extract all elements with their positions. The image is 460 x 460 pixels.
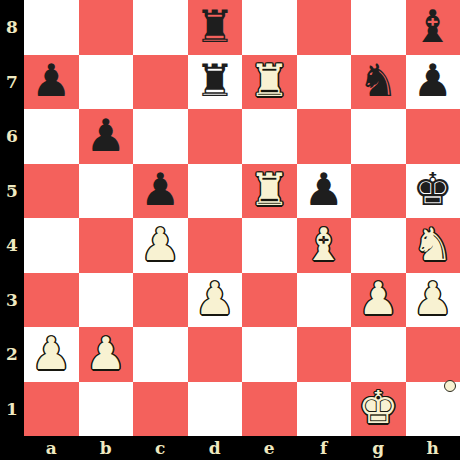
square-b5[interactable]	[79, 164, 134, 219]
piece-black-bishop-h8: ♝	[413, 4, 453, 49]
square-d5[interactable]	[188, 164, 243, 219]
square-g8[interactable]	[351, 0, 406, 55]
square-h5[interactable]: ♚	[406, 164, 460, 219]
square-c2[interactable]	[133, 327, 188, 382]
square-d3[interactable]: ♟	[188, 273, 243, 328]
piece-white-pawn-c4: ♟	[140, 222, 180, 267]
square-a3[interactable]	[24, 273, 79, 328]
square-g4[interactable]	[351, 218, 406, 273]
piece-white-pawn-h3: ♟	[413, 276, 453, 321]
square-b8[interactable]	[79, 0, 134, 55]
square-f4[interactable]: ♝	[297, 218, 352, 273]
piece-black-pawn-h7: ♟	[413, 58, 453, 103]
square-f3[interactable]	[297, 273, 352, 328]
piece-white-rook-e7: ♜	[249, 58, 289, 103]
piece-black-pawn-b6: ♟	[86, 113, 126, 158]
square-d7[interactable]: ♜	[188, 55, 243, 110]
square-f5[interactable]: ♟	[297, 164, 352, 219]
square-a7[interactable]: ♟	[24, 55, 79, 110]
square-e5[interactable]: ♜	[242, 164, 297, 219]
rank-label-6: 6	[0, 109, 24, 164]
piece-black-pawn-a7: ♟	[31, 58, 71, 103]
square-g7[interactable]: ♞	[351, 55, 406, 110]
square-a2[interactable]: ♟	[24, 327, 79, 382]
square-h2[interactable]	[406, 327, 460, 382]
square-c3[interactable]	[133, 273, 188, 328]
square-e7[interactable]: ♜	[242, 55, 297, 110]
file-label-b: b	[79, 436, 134, 460]
square-e3[interactable]	[242, 273, 297, 328]
square-h8[interactable]: ♝	[406, 0, 460, 55]
piece-white-knight-h4: ♞	[413, 222, 453, 267]
file-label-g: g	[351, 436, 406, 460]
rank-label-2: 2	[0, 327, 24, 382]
piece-black-pawn-c5: ♟	[140, 167, 180, 212]
square-g2[interactable]	[351, 327, 406, 382]
square-f6[interactable]	[297, 109, 352, 164]
piece-black-pawn-f5: ♟	[304, 167, 344, 212]
square-b7[interactable]	[79, 55, 134, 110]
square-e1[interactable]	[242, 382, 297, 437]
piece-white-rook-e5: ♜	[249, 167, 289, 212]
square-b4[interactable]	[79, 218, 134, 273]
rank-labels: 87654321	[0, 0, 24, 436]
square-d2[interactable]	[188, 327, 243, 382]
file-label-a: a	[24, 436, 79, 460]
square-d6[interactable]	[188, 109, 243, 164]
square-e2[interactable]	[242, 327, 297, 382]
square-c8[interactable]	[133, 0, 188, 55]
square-f7[interactable]	[297, 55, 352, 110]
square-c7[interactable]	[133, 55, 188, 110]
rank-label-5: 5	[0, 164, 24, 219]
piece-black-king-h5: ♚	[413, 167, 453, 212]
square-a4[interactable]	[24, 218, 79, 273]
square-a8[interactable]	[24, 0, 79, 55]
square-e8[interactable]	[242, 0, 297, 55]
piece-black-rook-d8: ♜	[195, 4, 235, 49]
square-c4[interactable]: ♟	[133, 218, 188, 273]
square-c5[interactable]: ♟	[133, 164, 188, 219]
square-d4[interactable]	[188, 218, 243, 273]
square-h7[interactable]: ♟	[406, 55, 460, 110]
square-d8[interactable]: ♜	[188, 0, 243, 55]
piece-white-king-g1: ♚	[358, 385, 398, 430]
file-label-h: h	[406, 436, 460, 460]
square-h6[interactable]	[406, 109, 460, 164]
rank-label-3: 3	[0, 273, 24, 328]
square-a1[interactable]	[24, 382, 79, 437]
square-g6[interactable]	[351, 109, 406, 164]
piece-black-rook-d7: ♜	[195, 58, 235, 103]
square-a5[interactable]	[24, 164, 79, 219]
piece-black-knight-g7: ♞	[358, 58, 398, 103]
file-label-e: e	[242, 436, 297, 460]
rank-label-1: 1	[0, 382, 24, 437]
square-c6[interactable]	[133, 109, 188, 164]
square-g5[interactable]	[351, 164, 406, 219]
square-h4[interactable]: ♞	[406, 218, 460, 273]
square-a6[interactable]	[24, 109, 79, 164]
piece-white-pawn-d3: ♟	[195, 276, 235, 321]
square-c1[interactable]	[133, 382, 188, 437]
file-label-c: c	[133, 436, 188, 460]
file-label-d: d	[188, 436, 243, 460]
square-h3[interactable]: ♟	[406, 273, 460, 328]
square-g1[interactable]: ♚	[351, 382, 406, 437]
square-b1[interactable]	[79, 382, 134, 437]
square-e4[interactable]	[242, 218, 297, 273]
square-f8[interactable]	[297, 0, 352, 55]
rank-label-8: 8	[0, 0, 24, 55]
chess-diagram: 87654321 ♜♝♟♜♜♞♟♟♟♜♟♚♟♝♞♟♟♟♟♟♚ abcdefgh	[0, 0, 460, 460]
square-b3[interactable]	[79, 273, 134, 328]
file-label-f: f	[297, 436, 352, 460]
square-b6[interactable]: ♟	[79, 109, 134, 164]
square-f1[interactable]	[297, 382, 352, 437]
white-to-move-indicator-dot	[444, 380, 456, 392]
square-e6[interactable]	[242, 109, 297, 164]
square-f2[interactable]	[297, 327, 352, 382]
rank-label-7: 7	[0, 55, 24, 110]
square-g3[interactable]: ♟	[351, 273, 406, 328]
file-labels: abcdefgh	[24, 436, 460, 460]
piece-white-pawn-a2: ♟	[31, 331, 71, 376]
piece-white-pawn-g3: ♟	[358, 276, 398, 321]
square-b2[interactable]: ♟	[79, 327, 134, 382]
chess-board: ♜♝♟♜♜♞♟♟♟♜♟♚♟♝♞♟♟♟♟♟♚	[24, 0, 460, 436]
piece-white-bishop-f4: ♝	[304, 222, 344, 267]
rank-label-4: 4	[0, 218, 24, 273]
piece-white-pawn-b2: ♟	[86, 331, 126, 376]
square-d1[interactable]	[188, 382, 243, 437]
